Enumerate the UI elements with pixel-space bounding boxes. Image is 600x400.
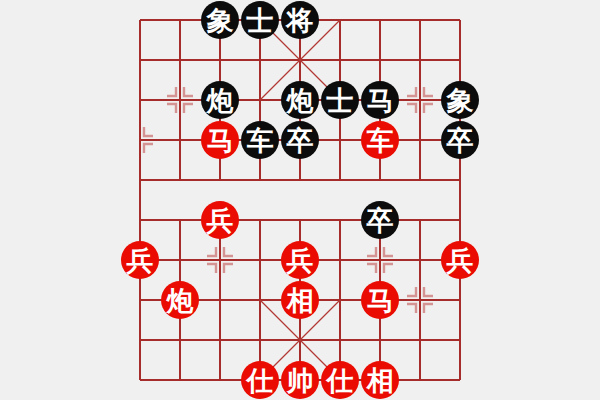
piece-black-soldier[interactable]: 卒 bbox=[281, 121, 319, 159]
piece-black-soldier[interactable]: 卒 bbox=[361, 201, 399, 239]
piece-red-soldier[interactable]: 兵 bbox=[441, 241, 479, 279]
piece-red-advisor[interactable]: 仕 bbox=[241, 361, 279, 399]
piece-red-soldier[interactable]: 兵 bbox=[121, 241, 159, 279]
piece-black-advisor[interactable]: 士 bbox=[321, 81, 359, 119]
piece-black-cannon[interactable]: 炮 bbox=[201, 81, 239, 119]
piece-red-soldier[interactable]: 兵 bbox=[281, 241, 319, 279]
piece-black-elephant[interactable]: 象 bbox=[441, 81, 479, 119]
piece-red-advisor[interactable]: 仕 bbox=[321, 361, 359, 399]
piece-red-horse[interactable]: 马 bbox=[361, 281, 399, 319]
piece-red-general[interactable]: 帅 bbox=[281, 361, 319, 399]
piece-red-cannon[interactable]: 炮 bbox=[161, 281, 199, 319]
piece-red-chariot[interactable]: 车 bbox=[361, 121, 399, 159]
piece-black-horse[interactable]: 马 bbox=[361, 81, 399, 119]
xiangqi-board-screen: 象士将炮炮士马象马车卒车卒兵卒兵兵兵炮相马仕帅仕相 bbox=[0, 0, 600, 400]
piece-black-soldier[interactable]: 卒 bbox=[441, 121, 479, 159]
piece-black-advisor[interactable]: 士 bbox=[241, 1, 279, 39]
piece-black-cannon[interactable]: 炮 bbox=[281, 81, 319, 119]
piece-black-elephant[interactable]: 象 bbox=[201, 1, 239, 39]
piece-black-chariot[interactable]: 车 bbox=[241, 121, 279, 159]
piece-black-general[interactable]: 将 bbox=[281, 1, 319, 39]
piece-red-elephant[interactable]: 相 bbox=[281, 281, 319, 319]
piece-red-soldier[interactable]: 兵 bbox=[201, 201, 239, 239]
pieces-layer: 象士将炮炮士马象马车卒车卒兵卒兵兵兵炮相马仕帅仕相 bbox=[120, 0, 480, 400]
piece-red-elephant[interactable]: 相 bbox=[361, 361, 399, 399]
piece-red-horse[interactable]: 马 bbox=[201, 121, 239, 159]
